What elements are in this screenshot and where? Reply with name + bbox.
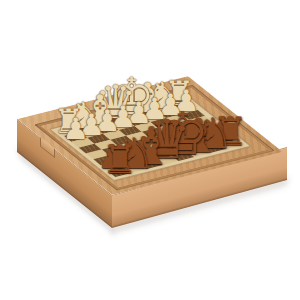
chess-box-photo: ♜♞♝♛♚♝♞♜♟♟♟♟♟♟♟♟♟♟♟♟♟♟♟♟♜♞♝♛♚♝♞♜: [0, 0, 300, 300]
piece-dark-rook[interactable]: ♜: [102, 140, 137, 179]
pieces-layer: ♜♞♝♛♚♝♞♜♟♟♟♟♟♟♟♟♟♟♟♟♟♟♟♟♜♞♝♛♚♝♞♜: [0, 0, 300, 300]
piece-light-pawn[interactable]: ♟: [62, 114, 88, 144]
